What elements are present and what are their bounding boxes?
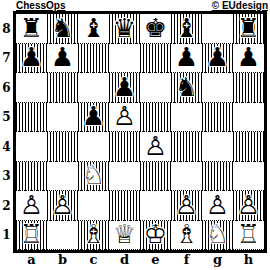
piece-outline-layer: ♙ bbox=[141, 132, 170, 161]
square-e7[interactable] bbox=[140, 44, 171, 74]
piece-black-bishop[interactable]: ♝ bbox=[79, 14, 108, 43]
square-g1[interactable]: ♞♘ bbox=[202, 221, 233, 251]
piece-black-pawn[interactable]: ♟ bbox=[110, 73, 139, 102]
piece-glyph: ♟ bbox=[234, 43, 263, 72]
square-b2[interactable]: ♟♙ bbox=[47, 191, 78, 221]
piece-white-knight[interactable]: ♞♘ bbox=[79, 161, 108, 190]
piece-white-rook[interactable]: ♜♖ bbox=[17, 220, 46, 249]
square-d4[interactable] bbox=[109, 132, 140, 162]
piece-glyph: ♝ bbox=[79, 14, 108, 43]
piece-outline-layer: ♙ bbox=[110, 102, 139, 131]
square-a3[interactable] bbox=[16, 162, 47, 192]
piece-white-queen[interactable]: ♛♕ bbox=[110, 220, 139, 249]
chess-board: ♜♞♝♛♚♝♜♟♟♟♟♟♟♞♟♟♙♟♙♞♘♟♙♟♙♟♙♟♙♟♙♜♖♝♗♛♕♚♔♝… bbox=[13, 11, 267, 253]
piece-outline-layer: ♗ bbox=[79, 220, 108, 249]
square-d6[interactable]: ♟ bbox=[109, 73, 140, 103]
square-h5[interactable] bbox=[233, 103, 264, 133]
square-f6[interactable]: ♞ bbox=[171, 73, 202, 103]
square-d5[interactable]: ♟♙ bbox=[109, 103, 140, 133]
square-f3[interactable] bbox=[171, 162, 202, 192]
piece-glyph: ♟ bbox=[172, 43, 201, 72]
piece-black-pawn[interactable]: ♟ bbox=[48, 43, 77, 72]
square-g3[interactable] bbox=[202, 162, 233, 192]
square-g7[interactable]: ♟ bbox=[202, 44, 233, 74]
square-e1[interactable]: ♚♔ bbox=[140, 221, 171, 251]
rank-label-5: 5 bbox=[0, 103, 13, 133]
piece-outline-layer: ♙ bbox=[234, 191, 263, 220]
square-a2[interactable]: ♟♙ bbox=[16, 191, 47, 221]
piece-black-rook[interactable]: ♜ bbox=[234, 14, 263, 43]
rank-label-7: 7 bbox=[0, 44, 13, 74]
piece-outline-layer: ♗ bbox=[172, 220, 201, 249]
square-g6[interactable] bbox=[202, 73, 233, 103]
rank-label-6: 6 bbox=[0, 73, 13, 103]
piece-glyph: ♚ bbox=[141, 14, 170, 43]
piece-outline-layer: ♘ bbox=[79, 161, 108, 190]
square-a1[interactable]: ♜♖ bbox=[16, 221, 47, 251]
square-f8[interactable]: ♝ bbox=[171, 14, 202, 44]
piece-black-pawn[interactable]: ♟ bbox=[172, 43, 201, 72]
piece-outline-layer: ♙ bbox=[203, 191, 232, 220]
piece-black-king[interactable]: ♚ bbox=[141, 14, 170, 43]
square-f1[interactable]: ♝♗ bbox=[171, 221, 202, 251]
piece-white-pawn[interactable]: ♟♙ bbox=[110, 102, 139, 131]
square-f2[interactable]: ♟♙ bbox=[171, 191, 202, 221]
piece-black-pawn[interactable]: ♟ bbox=[17, 43, 46, 72]
piece-glyph: ♞ bbox=[172, 73, 201, 102]
piece-outline-layer: ♙ bbox=[172, 191, 201, 220]
file-label-d: d bbox=[109, 252, 140, 268]
piece-white-rook[interactable]: ♜♖ bbox=[234, 220, 263, 249]
piece-black-knight[interactable]: ♞ bbox=[172, 73, 201, 102]
file-label-g: g bbox=[202, 252, 233, 268]
piece-white-pawn[interactable]: ♟♙ bbox=[172, 191, 201, 220]
square-b7[interactable]: ♟ bbox=[47, 44, 78, 74]
square-g8[interactable] bbox=[202, 14, 233, 44]
rank-label-2: 2 bbox=[0, 191, 13, 221]
square-e6[interactable] bbox=[140, 73, 171, 103]
square-a8[interactable]: ♜ bbox=[16, 14, 47, 44]
rank-labels: 87654321 bbox=[0, 14, 13, 250]
square-d8[interactable]: ♛ bbox=[109, 14, 140, 44]
piece-glyph: ♟ bbox=[79, 102, 108, 131]
square-f7[interactable]: ♟ bbox=[171, 44, 202, 74]
square-a6[interactable] bbox=[16, 73, 47, 103]
piece-glyph: ♝ bbox=[172, 14, 201, 43]
header-bar: ChessOps © EUdesign bbox=[0, 0, 268, 11]
square-h1[interactable]: ♜♖ bbox=[233, 221, 264, 251]
piece-glyph: ♟ bbox=[203, 43, 232, 72]
square-e8[interactable]: ♚ bbox=[140, 14, 171, 44]
piece-white-bishop[interactable]: ♝♗ bbox=[79, 220, 108, 249]
piece-outline-layer: ♔ bbox=[141, 220, 170, 249]
file-label-e: e bbox=[140, 252, 171, 268]
copyright-link[interactable]: © EUdesign bbox=[212, 0, 268, 11]
square-b3[interactable] bbox=[47, 162, 78, 192]
square-c5[interactable]: ♟ bbox=[78, 103, 109, 133]
piece-black-rook[interactable]: ♜ bbox=[17, 14, 46, 43]
square-b4[interactable] bbox=[47, 132, 78, 162]
square-g2[interactable]: ♟♙ bbox=[202, 191, 233, 221]
file-label-c: c bbox=[78, 252, 109, 268]
file-label-b: b bbox=[47, 252, 78, 268]
file-label-h: h bbox=[233, 252, 264, 268]
piece-black-pawn[interactable]: ♟ bbox=[203, 43, 232, 72]
square-e4[interactable]: ♟♙ bbox=[140, 132, 171, 162]
file-labels: abcdefgh bbox=[16, 252, 264, 268]
piece-glyph: ♟ bbox=[110, 73, 139, 102]
rank-label-3: 3 bbox=[0, 162, 13, 192]
piece-outline-layer: ♙ bbox=[17, 191, 46, 220]
piece-black-queen[interactable]: ♛ bbox=[110, 14, 139, 43]
piece-white-knight[interactable]: ♞♘ bbox=[203, 220, 232, 249]
piece-white-pawn[interactable]: ♟♙ bbox=[17, 191, 46, 220]
square-g5[interactable] bbox=[202, 103, 233, 133]
square-d3[interactable] bbox=[109, 162, 140, 192]
square-h2[interactable]: ♟♙ bbox=[233, 191, 264, 221]
square-d7[interactable] bbox=[109, 44, 140, 74]
piece-white-pawn[interactable]: ♟♙ bbox=[203, 191, 232, 220]
square-a4[interactable] bbox=[16, 132, 47, 162]
piece-black-bishop[interactable]: ♝ bbox=[172, 14, 201, 43]
rank-label-8: 8 bbox=[0, 14, 13, 44]
piece-glyph: ♜ bbox=[17, 14, 46, 43]
square-a5[interactable] bbox=[16, 103, 47, 133]
square-c6[interactable] bbox=[78, 73, 109, 103]
piece-outline-layer: ♕ bbox=[110, 220, 139, 249]
square-e5[interactable] bbox=[140, 103, 171, 133]
square-b6[interactable] bbox=[47, 73, 78, 103]
piece-glyph: ♜ bbox=[234, 14, 263, 43]
square-g4[interactable] bbox=[202, 132, 233, 162]
piece-white-pawn[interactable]: ♟♙ bbox=[234, 191, 263, 220]
piece-glyph: ♛ bbox=[110, 14, 139, 43]
piece-outline-layer: ♖ bbox=[17, 220, 46, 249]
square-d2[interactable] bbox=[109, 191, 140, 221]
piece-white-king[interactable]: ♚♔ bbox=[141, 220, 170, 249]
square-c8[interactable]: ♝ bbox=[78, 14, 109, 44]
file-label-a: a bbox=[16, 252, 47, 268]
square-e2[interactable] bbox=[140, 191, 171, 221]
square-h3[interactable] bbox=[233, 162, 264, 192]
piece-white-pawn[interactable]: ♟♙ bbox=[141, 132, 170, 161]
square-c4[interactable] bbox=[78, 132, 109, 162]
square-b1[interactable] bbox=[47, 221, 78, 251]
square-f4[interactable] bbox=[171, 132, 202, 162]
square-d1[interactable]: ♛♕ bbox=[109, 221, 140, 251]
piece-glyph: ♞ bbox=[48, 14, 77, 43]
square-a7[interactable]: ♟ bbox=[16, 44, 47, 74]
piece-outline-layer: ♘ bbox=[203, 220, 232, 249]
piece-glyph: ♟ bbox=[17, 43, 46, 72]
square-h8[interactable]: ♜ bbox=[233, 14, 264, 44]
piece-black-knight[interactable]: ♞ bbox=[48, 14, 77, 43]
rank-label-4: 4 bbox=[0, 132, 13, 162]
file-label-f: f bbox=[171, 252, 202, 268]
piece-outline-layer: ♖ bbox=[234, 220, 263, 249]
piece-black-pawn[interactable]: ♟ bbox=[234, 43, 263, 72]
square-c1[interactable]: ♝♗ bbox=[78, 221, 109, 251]
square-c3[interactable]: ♞♘ bbox=[78, 162, 109, 192]
square-h4[interactable] bbox=[233, 132, 264, 162]
piece-white-bishop[interactable]: ♝♗ bbox=[172, 220, 201, 249]
square-e3[interactable] bbox=[140, 162, 171, 192]
square-b5[interactable] bbox=[47, 103, 78, 133]
piece-white-pawn[interactable]: ♟♙ bbox=[48, 191, 77, 220]
square-h6[interactable] bbox=[233, 73, 264, 103]
square-c2[interactable] bbox=[78, 191, 109, 221]
square-f5[interactable] bbox=[171, 103, 202, 133]
piece-outline-layer: ♙ bbox=[48, 191, 77, 220]
piece-glyph: ♟ bbox=[48, 43, 77, 72]
square-b8[interactable]: ♞ bbox=[47, 14, 78, 44]
square-h7[interactable]: ♟ bbox=[233, 44, 264, 74]
piece-black-pawn[interactable]: ♟ bbox=[79, 102, 108, 131]
rank-label-1: 1 bbox=[0, 221, 13, 251]
square-c7[interactable] bbox=[78, 44, 109, 74]
app-title-link[interactable]: ChessOps bbox=[16, 0, 65, 11]
